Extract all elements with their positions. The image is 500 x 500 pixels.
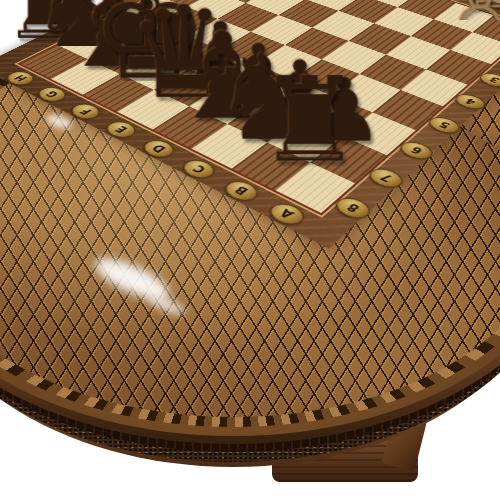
piece-black-rook-a8: ♜	[248, 62, 370, 193]
board-scene: HGFEDCBA 12345678 ♜♞♝♛♚♝♞♜♟♟♟♟♟♟♟♟♙♙♙♙♙♙…	[0, 0, 500, 500]
piece-white-pawn-a2: ♙	[431, 0, 500, 51]
chess-table-photo: HGFEDCBA 12345678 ♜♞♝♛♚♝♞♜♟♟♟♟♟♟♟♟♙♙♙♙♙♙…	[0, 0, 500, 500]
chess-board: HGFEDCBA 12345678 ♜♞♝♛♚♝♞♜♟♟♟♟♟♟♟♟♙♙♙♙♙♙…	[0, 0, 500, 249]
